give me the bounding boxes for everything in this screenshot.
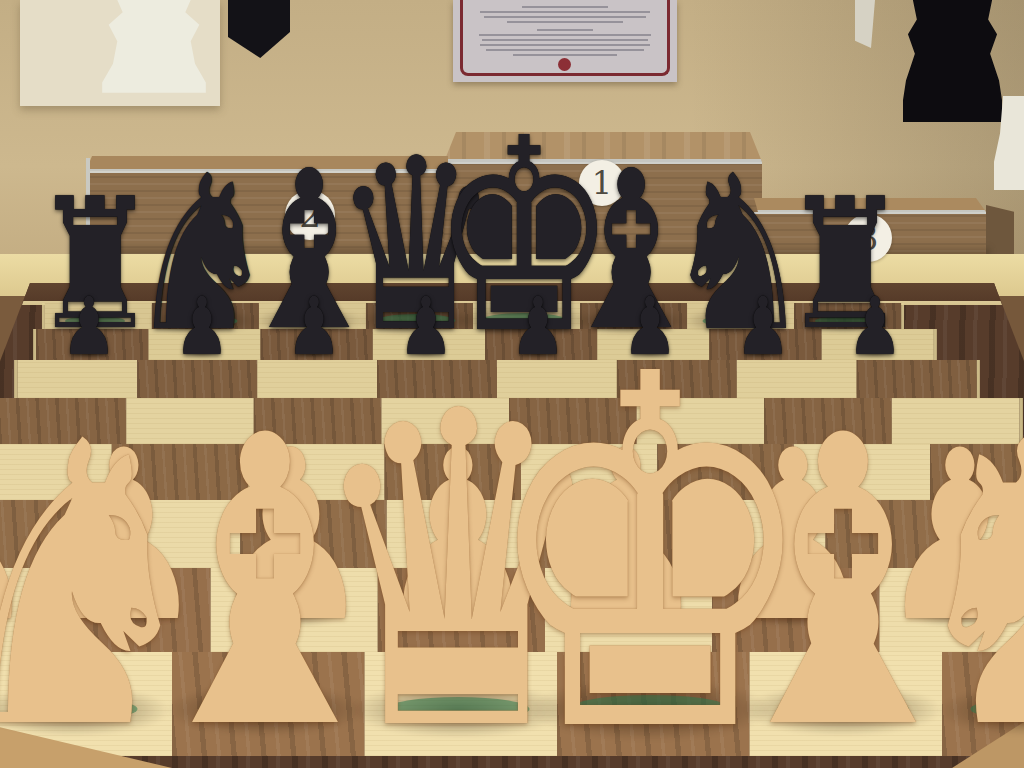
square-f2 bbox=[712, 568, 879, 652]
square-f4 bbox=[657, 444, 793, 500]
rank-4 bbox=[0, 444, 1024, 500]
square-c1 bbox=[172, 652, 365, 756]
square-h3 bbox=[972, 500, 1024, 568]
square-d6 bbox=[377, 360, 497, 398]
square-f8 bbox=[580, 303, 687, 329]
square-f7 bbox=[597, 329, 709, 360]
square-c2 bbox=[211, 568, 378, 652]
square-e6 bbox=[497, 360, 617, 398]
rank-2 bbox=[0, 568, 1024, 652]
square-a2 bbox=[0, 568, 43, 652]
square-h5 bbox=[892, 398, 1020, 444]
rank-8 bbox=[42, 303, 904, 329]
square-g7 bbox=[709, 329, 821, 360]
rank-3 bbox=[0, 500, 1024, 568]
square-h7 bbox=[822, 329, 934, 360]
place-disc-3: 3 bbox=[844, 214, 892, 262]
square-d7 bbox=[373, 329, 485, 360]
rank-6 bbox=[14, 360, 980, 398]
square-d5 bbox=[381, 398, 509, 444]
place-number: 1 bbox=[592, 164, 612, 202]
square-h6 bbox=[857, 360, 977, 398]
place-number: 3 bbox=[858, 219, 879, 258]
square-b4 bbox=[112, 444, 248, 500]
square-c5 bbox=[254, 398, 382, 444]
place-number: 2 bbox=[299, 195, 321, 235]
square-c7 bbox=[261, 329, 373, 360]
square-f5 bbox=[637, 398, 765, 444]
square-g5 bbox=[764, 398, 892, 444]
square-f6 bbox=[617, 360, 737, 398]
square-d8 bbox=[366, 303, 473, 329]
square-d2 bbox=[378, 568, 545, 652]
square-f1 bbox=[750, 652, 943, 756]
square-b5 bbox=[126, 398, 254, 444]
square-a5 bbox=[0, 398, 126, 444]
square-b6 bbox=[137, 360, 257, 398]
square-b2 bbox=[43, 568, 210, 652]
square-a8 bbox=[45, 303, 152, 329]
square-g2 bbox=[879, 568, 1024, 652]
square-e8 bbox=[473, 303, 580, 329]
square-c3 bbox=[240, 500, 386, 568]
square-e5 bbox=[509, 398, 637, 444]
square-c6 bbox=[257, 360, 377, 398]
square-e7 bbox=[485, 329, 597, 360]
square-e3 bbox=[533, 500, 679, 568]
square-g3 bbox=[826, 500, 972, 568]
square-c4 bbox=[248, 444, 384, 500]
scene: 1 2 3 ♜♞♝♛♚♝♞♜♟♟♟♟♟♟♟♟♟♟♟♟♟♟♟♟♜♞♝♛♚♝♞♜ bbox=[0, 0, 1024, 768]
square-a4 bbox=[0, 444, 112, 500]
place-disc-2: 2 bbox=[285, 190, 335, 240]
square-g4 bbox=[794, 444, 930, 500]
square-h4 bbox=[930, 444, 1024, 500]
square-b3 bbox=[94, 500, 240, 568]
place-disc-1: 1 bbox=[579, 160, 625, 206]
rank-5 bbox=[0, 398, 1023, 444]
square-d1 bbox=[365, 652, 558, 756]
square-e4 bbox=[521, 444, 657, 500]
square-g8 bbox=[687, 303, 794, 329]
square-d3 bbox=[387, 500, 533, 568]
square-b8 bbox=[152, 303, 259, 329]
square-a3 bbox=[0, 500, 94, 568]
square-g6 bbox=[737, 360, 857, 398]
rank-1 bbox=[0, 652, 1024, 756]
square-a6 bbox=[17, 360, 137, 398]
square-b7 bbox=[148, 329, 260, 360]
rank-7 bbox=[33, 329, 937, 360]
square-d4 bbox=[385, 444, 521, 500]
square-e2 bbox=[545, 568, 712, 652]
square-f3 bbox=[679, 500, 825, 568]
chess-board bbox=[0, 0, 1024, 768]
square-a7 bbox=[36, 329, 148, 360]
square-h8 bbox=[794, 303, 901, 329]
square-c8 bbox=[259, 303, 366, 329]
square-e1 bbox=[557, 652, 750, 756]
